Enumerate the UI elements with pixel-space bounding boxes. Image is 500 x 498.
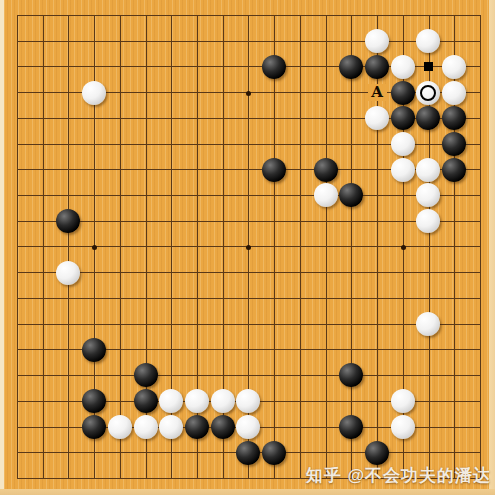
intersection[interactable] <box>467 208 493 234</box>
intersection[interactable] <box>210 157 236 183</box>
intersection[interactable] <box>313 183 339 209</box>
intersection[interactable] <box>56 28 82 54</box>
intersection[interactable] <box>81 28 107 54</box>
intersection[interactable] <box>133 131 159 157</box>
intersection[interactable] <box>313 28 339 54</box>
intersection[interactable] <box>287 440 313 466</box>
intersection[interactable] <box>56 414 82 440</box>
intersection[interactable] <box>390 3 416 29</box>
intersection[interactable] <box>236 157 262 183</box>
intersection[interactable] <box>364 28 390 54</box>
intersection[interactable]: A <box>364 80 390 106</box>
intersection[interactable] <box>81 157 107 183</box>
intersection[interactable] <box>416 208 442 234</box>
intersection[interactable] <box>338 80 364 106</box>
intersection[interactable] <box>390 208 416 234</box>
intersection[interactable] <box>236 311 262 337</box>
intersection[interactable] <box>364 337 390 363</box>
intersection[interactable] <box>30 363 56 389</box>
intersection[interactable] <box>56 363 82 389</box>
intersection[interactable] <box>338 414 364 440</box>
intersection[interactable] <box>184 131 210 157</box>
intersection[interactable] <box>30 80 56 106</box>
intersection[interactable] <box>133 105 159 131</box>
intersection[interactable] <box>210 311 236 337</box>
intersection[interactable] <box>416 131 442 157</box>
intersection[interactable] <box>133 234 159 260</box>
intersection[interactable] <box>184 388 210 414</box>
intersection[interactable] <box>261 208 287 234</box>
intersection[interactable] <box>261 260 287 286</box>
intersection[interactable] <box>441 105 467 131</box>
intersection[interactable] <box>236 414 262 440</box>
intersection[interactable] <box>81 440 107 466</box>
intersection[interactable] <box>158 414 184 440</box>
intersection[interactable] <box>390 131 416 157</box>
intersection[interactable] <box>133 311 159 337</box>
intersection[interactable] <box>30 311 56 337</box>
intersection[interactable] <box>390 183 416 209</box>
intersection[interactable] <box>364 208 390 234</box>
intersection[interactable] <box>287 80 313 106</box>
intersection[interactable] <box>236 54 262 80</box>
intersection[interactable] <box>390 285 416 311</box>
intersection[interactable] <box>158 80 184 106</box>
intersection[interactable] <box>236 234 262 260</box>
intersection[interactable] <box>30 260 56 286</box>
intersection[interactable] <box>287 28 313 54</box>
intersection[interactable] <box>467 157 493 183</box>
intersection[interactable] <box>133 285 159 311</box>
intersection[interactable] <box>30 337 56 363</box>
intersection[interactable] <box>467 337 493 363</box>
intersection[interactable] <box>313 80 339 106</box>
intersection[interactable] <box>236 285 262 311</box>
intersection[interactable] <box>158 131 184 157</box>
intersection[interactable] <box>133 363 159 389</box>
intersection[interactable] <box>338 183 364 209</box>
intersection[interactable] <box>133 440 159 466</box>
intersection[interactable] <box>56 311 82 337</box>
intersection[interactable] <box>4 311 30 337</box>
intersection[interactable] <box>236 260 262 286</box>
intersection[interactable] <box>56 260 82 286</box>
intersection[interactable] <box>261 337 287 363</box>
intersection[interactable] <box>158 28 184 54</box>
intersection[interactable] <box>364 311 390 337</box>
intersection[interactable] <box>56 80 82 106</box>
intersection[interactable] <box>30 234 56 260</box>
intersection[interactable] <box>467 234 493 260</box>
intersection[interactable] <box>364 260 390 286</box>
intersection[interactable] <box>338 311 364 337</box>
intersection[interactable] <box>210 285 236 311</box>
intersection[interactable] <box>287 183 313 209</box>
intersection[interactable] <box>236 363 262 389</box>
intersection[interactable] <box>107 285 133 311</box>
intersection[interactable] <box>158 183 184 209</box>
intersection[interactable] <box>261 414 287 440</box>
intersection[interactable] <box>107 28 133 54</box>
intersection[interactable] <box>313 3 339 29</box>
intersection[interactable] <box>287 363 313 389</box>
intersection[interactable] <box>81 260 107 286</box>
intersection[interactable] <box>184 260 210 286</box>
intersection[interactable] <box>30 208 56 234</box>
intersection[interactable] <box>158 54 184 80</box>
intersection[interactable] <box>4 208 30 234</box>
intersection[interactable] <box>133 388 159 414</box>
intersection[interactable] <box>158 105 184 131</box>
intersection[interactable] <box>133 465 159 491</box>
intersection[interactable] <box>441 311 467 337</box>
intersection[interactable] <box>416 28 442 54</box>
intersection[interactable] <box>441 388 467 414</box>
intersection[interactable] <box>158 363 184 389</box>
intersection[interactable] <box>107 131 133 157</box>
intersection[interactable] <box>313 363 339 389</box>
intersection[interactable] <box>133 3 159 29</box>
intersection[interactable] <box>210 183 236 209</box>
intersection[interactable] <box>441 363 467 389</box>
intersection[interactable] <box>338 260 364 286</box>
intersection[interactable] <box>416 234 442 260</box>
intersection[interactable] <box>416 105 442 131</box>
intersection[interactable] <box>56 3 82 29</box>
intersection[interactable] <box>30 105 56 131</box>
intersection[interactable] <box>184 285 210 311</box>
intersection[interactable] <box>313 105 339 131</box>
intersection[interactable] <box>364 157 390 183</box>
intersection[interactable] <box>287 388 313 414</box>
intersection[interactable] <box>416 54 442 80</box>
intersection[interactable] <box>287 131 313 157</box>
intersection[interactable] <box>467 285 493 311</box>
intersection[interactable] <box>158 388 184 414</box>
intersection[interactable] <box>30 131 56 157</box>
intersection[interactable] <box>313 337 339 363</box>
intersection[interactable] <box>4 80 30 106</box>
intersection[interactable] <box>158 234 184 260</box>
intersection[interactable] <box>364 131 390 157</box>
intersection[interactable] <box>261 388 287 414</box>
intersection[interactable] <box>338 337 364 363</box>
intersection[interactable] <box>416 414 442 440</box>
intersection[interactable] <box>287 208 313 234</box>
intersection[interactable] <box>338 388 364 414</box>
intersection[interactable] <box>184 337 210 363</box>
intersection[interactable] <box>4 234 30 260</box>
intersection[interactable] <box>261 440 287 466</box>
intersection[interactable] <box>210 337 236 363</box>
intersection[interactable] <box>467 54 493 80</box>
intersection[interactable] <box>441 440 467 466</box>
intersection[interactable] <box>287 311 313 337</box>
intersection[interactable] <box>133 80 159 106</box>
intersection[interactable] <box>4 28 30 54</box>
intersection[interactable] <box>261 311 287 337</box>
intersection[interactable] <box>210 54 236 80</box>
intersection[interactable] <box>390 311 416 337</box>
intersection[interactable] <box>4 260 30 286</box>
intersection[interactable] <box>158 208 184 234</box>
intersection[interactable] <box>313 414 339 440</box>
intersection[interactable] <box>261 285 287 311</box>
intersection[interactable] <box>210 388 236 414</box>
intersection[interactable] <box>30 440 56 466</box>
intersection[interactable] <box>441 28 467 54</box>
intersection[interactable] <box>364 183 390 209</box>
intersection[interactable] <box>236 388 262 414</box>
intersection[interactable] <box>56 234 82 260</box>
intersection[interactable] <box>364 105 390 131</box>
intersection[interactable] <box>4 363 30 389</box>
intersection[interactable] <box>81 311 107 337</box>
intersection[interactable] <box>133 260 159 286</box>
intersection[interactable] <box>4 440 30 466</box>
intersection[interactable] <box>467 3 493 29</box>
intersection[interactable] <box>4 388 30 414</box>
intersection[interactable] <box>467 105 493 131</box>
intersection[interactable] <box>158 337 184 363</box>
intersection[interactable] <box>364 285 390 311</box>
intersection[interactable] <box>313 311 339 337</box>
intersection[interactable] <box>210 80 236 106</box>
intersection[interactable] <box>441 208 467 234</box>
intersection[interactable] <box>364 440 390 466</box>
intersection[interactable] <box>287 260 313 286</box>
intersection[interactable] <box>184 80 210 106</box>
intersection[interactable] <box>390 234 416 260</box>
intersection[interactable] <box>236 105 262 131</box>
intersection[interactable] <box>210 3 236 29</box>
intersection[interactable] <box>313 157 339 183</box>
intersection[interactable] <box>236 337 262 363</box>
intersection[interactable] <box>467 363 493 389</box>
intersection[interactable] <box>261 3 287 29</box>
intersection[interactable] <box>467 183 493 209</box>
intersection[interactable] <box>287 54 313 80</box>
intersection[interactable] <box>81 337 107 363</box>
intersection[interactable] <box>81 234 107 260</box>
intersection[interactable] <box>390 28 416 54</box>
intersection[interactable] <box>287 105 313 131</box>
intersection[interactable] <box>107 80 133 106</box>
intersection[interactable] <box>441 54 467 80</box>
intersection[interactable] <box>416 388 442 414</box>
intersection[interactable] <box>133 54 159 80</box>
intersection[interactable] <box>210 414 236 440</box>
intersection[interactable] <box>338 234 364 260</box>
intersection[interactable] <box>184 183 210 209</box>
intersection[interactable] <box>313 388 339 414</box>
intersection[interactable] <box>184 208 210 234</box>
intersection[interactable] <box>441 157 467 183</box>
intersection[interactable] <box>467 311 493 337</box>
intersection[interactable] <box>261 363 287 389</box>
intersection[interactable] <box>107 183 133 209</box>
intersection[interactable] <box>4 337 30 363</box>
intersection[interactable] <box>184 234 210 260</box>
intersection[interactable] <box>81 131 107 157</box>
intersection[interactable] <box>81 54 107 80</box>
intersection[interactable] <box>364 388 390 414</box>
intersection[interactable] <box>30 157 56 183</box>
intersection[interactable] <box>81 465 107 491</box>
intersection[interactable] <box>184 440 210 466</box>
intersection[interactable] <box>107 440 133 466</box>
intersection[interactable] <box>287 337 313 363</box>
intersection[interactable] <box>364 234 390 260</box>
intersection[interactable] <box>416 183 442 209</box>
intersection[interactable] <box>210 363 236 389</box>
intersection[interactable] <box>467 260 493 286</box>
intersection[interactable] <box>133 183 159 209</box>
intersection[interactable] <box>158 440 184 466</box>
intersection[interactable] <box>338 363 364 389</box>
intersection[interactable] <box>261 80 287 106</box>
intersection[interactable] <box>441 260 467 286</box>
intersection[interactable] <box>56 183 82 209</box>
intersection[interactable] <box>184 465 210 491</box>
intersection[interactable] <box>107 465 133 491</box>
intersection[interactable] <box>107 234 133 260</box>
intersection[interactable] <box>210 28 236 54</box>
intersection[interactable] <box>313 285 339 311</box>
intersection[interactable] <box>416 311 442 337</box>
intersection[interactable] <box>287 285 313 311</box>
intersection[interactable] <box>441 234 467 260</box>
intersection[interactable] <box>390 80 416 106</box>
intersection[interactable] <box>133 157 159 183</box>
intersection[interactable] <box>81 3 107 29</box>
intersection[interactable] <box>56 131 82 157</box>
intersection[interactable] <box>107 260 133 286</box>
intersection[interactable] <box>4 414 30 440</box>
intersection[interactable] <box>236 80 262 106</box>
intersection[interactable] <box>287 414 313 440</box>
intersection[interactable] <box>261 28 287 54</box>
intersection[interactable] <box>236 440 262 466</box>
intersection[interactable] <box>210 260 236 286</box>
intersection[interactable] <box>261 183 287 209</box>
intersection[interactable] <box>390 157 416 183</box>
intersection[interactable] <box>81 208 107 234</box>
intersection[interactable] <box>338 157 364 183</box>
intersection[interactable] <box>210 465 236 491</box>
intersection[interactable] <box>390 337 416 363</box>
intersection[interactable] <box>210 440 236 466</box>
intersection[interactable] <box>441 80 467 106</box>
intersection[interactable] <box>107 105 133 131</box>
intersection[interactable] <box>338 131 364 157</box>
intersection[interactable] <box>364 3 390 29</box>
intersection[interactable] <box>30 285 56 311</box>
intersection[interactable] <box>390 440 416 466</box>
intersection[interactable] <box>364 363 390 389</box>
intersection[interactable] <box>236 465 262 491</box>
intersection[interactable] <box>416 440 442 466</box>
intersection[interactable] <box>467 440 493 466</box>
intersection[interactable] <box>364 414 390 440</box>
intersection[interactable] <box>287 3 313 29</box>
intersection[interactable] <box>30 388 56 414</box>
intersection[interactable] <box>441 3 467 29</box>
intersection[interactable] <box>133 208 159 234</box>
intersection[interactable] <box>30 28 56 54</box>
intersection[interactable] <box>107 3 133 29</box>
intersection[interactable] <box>261 54 287 80</box>
intersection[interactable] <box>107 311 133 337</box>
intersection[interactable] <box>184 363 210 389</box>
intersection[interactable] <box>158 260 184 286</box>
intersection[interactable] <box>4 157 30 183</box>
intersection[interactable] <box>441 131 467 157</box>
intersection[interactable] <box>416 3 442 29</box>
intersection[interactable] <box>287 234 313 260</box>
intersection[interactable] <box>416 285 442 311</box>
intersection[interactable] <box>184 3 210 29</box>
intersection[interactable] <box>467 131 493 157</box>
intersection[interactable] <box>30 3 56 29</box>
intersection[interactable] <box>107 388 133 414</box>
intersection[interactable] <box>30 54 56 80</box>
intersection[interactable] <box>56 157 82 183</box>
intersection[interactable] <box>313 208 339 234</box>
intersection[interactable] <box>416 260 442 286</box>
intersection[interactable] <box>338 54 364 80</box>
intersection[interactable] <box>416 337 442 363</box>
intersection[interactable] <box>261 105 287 131</box>
intersection[interactable] <box>390 260 416 286</box>
intersection[interactable] <box>4 465 30 491</box>
intersection[interactable] <box>158 311 184 337</box>
intersection[interactable] <box>56 285 82 311</box>
intersection[interactable] <box>158 285 184 311</box>
intersection[interactable] <box>4 54 30 80</box>
intersection[interactable] <box>390 105 416 131</box>
intersection[interactable] <box>416 80 442 106</box>
intersection[interactable] <box>467 414 493 440</box>
intersection[interactable] <box>158 3 184 29</box>
intersection[interactable] <box>441 414 467 440</box>
intersection[interactable] <box>56 54 82 80</box>
intersection[interactable] <box>56 440 82 466</box>
intersection[interactable] <box>364 54 390 80</box>
intersection[interactable] <box>338 105 364 131</box>
intersection[interactable] <box>313 54 339 80</box>
intersection[interactable] <box>56 208 82 234</box>
intersection[interactable] <box>338 28 364 54</box>
intersection[interactable] <box>441 183 467 209</box>
intersection[interactable] <box>338 208 364 234</box>
intersection[interactable] <box>107 54 133 80</box>
intersection[interactable] <box>210 234 236 260</box>
intersection[interactable] <box>107 157 133 183</box>
intersection[interactable] <box>390 388 416 414</box>
intersection[interactable] <box>236 3 262 29</box>
intersection[interactable] <box>184 414 210 440</box>
intersection[interactable] <box>338 3 364 29</box>
intersection[interactable] <box>390 54 416 80</box>
intersection[interactable] <box>81 105 107 131</box>
intersection[interactable] <box>184 157 210 183</box>
intersection[interactable] <box>236 208 262 234</box>
intersection[interactable] <box>133 337 159 363</box>
intersection[interactable] <box>210 131 236 157</box>
intersection[interactable] <box>107 363 133 389</box>
intersection[interactable] <box>133 414 159 440</box>
